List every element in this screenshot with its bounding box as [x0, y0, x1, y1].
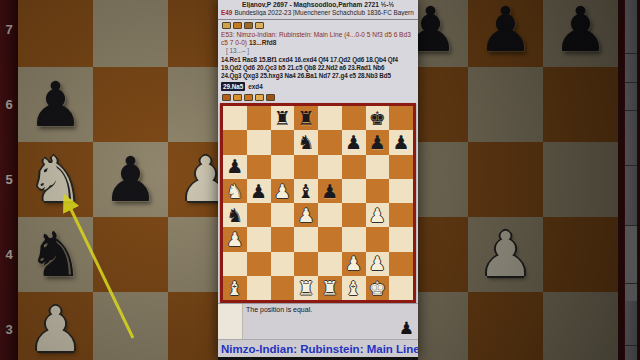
white-pawn-a3[interactable]: ♟ — [226, 230, 243, 249]
white-bishop-f1[interactable]: ♝ — [345, 279, 362, 298]
square-a8[interactable] — [223, 106, 247, 130]
game-header: Eljanov,P 2697 - Maghsoodloo,Parham 2721… — [218, 0, 418, 20]
medal-icon — [244, 94, 253, 101]
evaluation-pane: The position is equal. ♟ — [218, 303, 418, 339]
black-pawn-a6[interactable]: ♟ — [226, 157, 243, 176]
square-a6[interactable]: ♟ — [223, 155, 247, 179]
square-d8[interactable]: ♜ — [294, 106, 318, 130]
square-f3[interactable] — [342, 227, 366, 251]
square-a4[interactable]: ♞ — [223, 203, 247, 227]
square-g2[interactable]: ♟ — [366, 252, 390, 276]
bg-square-h3 — [543, 292, 618, 360]
black-bishop-d5[interactable]: ♝ — [298, 182, 315, 201]
square-g4[interactable]: ♟ — [366, 203, 390, 227]
opening-current-move: 13...Rfd8 — [249, 39, 276, 46]
evaluation-text: The position is equal. — [243, 304, 315, 339]
notation-line[interactable]: 19.Qd2 Qd6 20.Qc3 b5 21.c5 Qb8 22.Nd2 a6… — [221, 64, 415, 72]
eval-bar-tick — [625, 82, 637, 83]
bg-square-g3 — [468, 292, 543, 360]
medal-icon — [255, 94, 264, 101]
white-pawn-g4-bg: ♟ — [468, 217, 543, 292]
white-rook-e1[interactable]: ♜ — [321, 279, 338, 298]
white-bishop-a1[interactable]: ♝ — [226, 279, 243, 298]
square-b7[interactable] — [247, 130, 271, 154]
eval-bar — [624, 0, 638, 360]
square-g1[interactable]: ♚ — [366, 276, 390, 300]
medal-icon — [233, 22, 242, 29]
bg-square-g6 — [468, 67, 543, 142]
players-line: Eljanov,P 2697 - Maghsoodloo,Parham 2721… — [221, 1, 415, 8]
square-h1[interactable] — [389, 276, 413, 300]
square-e3[interactable] — [318, 227, 342, 251]
white-pawn-a3-bg: ♟ — [18, 292, 93, 360]
chess-board[interactable]: ♜♜♚♞♟♟♟♟♞♟♟♝♟♞♟♟♟♟♟♝♜♜♝♚ — [223, 106, 413, 300]
square-e5[interactable]: ♟ — [318, 179, 342, 203]
black-pawn-h7-bg: ♟ — [543, 0, 618, 67]
square-h8[interactable] — [389, 106, 413, 130]
square-g3[interactable] — [366, 227, 390, 251]
variation-marker: [ 13...– ] — [218, 47, 418, 55]
black-pawn-e5[interactable]: ♟ — [321, 182, 338, 201]
medal-icon — [255, 22, 264, 29]
rank-label-4: 4 — [0, 247, 18, 262]
white-knight-a5-bg: ♞ — [18, 142, 93, 217]
medal-icon — [233, 94, 242, 101]
square-b5[interactable]: ♟ — [247, 179, 271, 203]
black-pawn-a6-bg: ♟ — [18, 67, 93, 142]
black-rook-d8[interactable]: ♜ — [298, 109, 315, 128]
square-h5[interactable] — [389, 179, 413, 203]
square-e4[interactable] — [318, 203, 342, 227]
medal-icons-row — [218, 20, 418, 30]
square-b2[interactable] — [247, 252, 271, 276]
eval-bar-tick — [625, 165, 637, 166]
rank-label-6: 6 — [0, 97, 18, 112]
medal-icons-row — [218, 92, 418, 102]
bg-square-b6 — [93, 67, 168, 142]
square-g7[interactable]: ♟ — [366, 130, 390, 154]
square-f4[interactable] — [342, 203, 366, 227]
square-a3[interactable]: ♟ — [223, 227, 247, 251]
square-g8[interactable]: ♚ — [366, 106, 390, 130]
bg-square-b7 — [93, 0, 168, 67]
white-pawn-c5[interactable]: ♟ — [274, 182, 291, 201]
square-e2[interactable] — [318, 252, 342, 276]
square-c4[interactable] — [271, 203, 295, 227]
notation-line[interactable]: 14.Re1 Rac8 15.Bf1 cxd4 16.exd4 Qf4 17.Q… — [221, 56, 415, 64]
medal-icon — [244, 22, 253, 29]
square-c8[interactable]: ♜ — [271, 106, 295, 130]
eval-bar-tick — [625, 53, 637, 54]
bg-square-h5 — [543, 142, 618, 217]
black-pawn-b5-bg: ♟ — [93, 142, 168, 217]
square-c1[interactable] — [271, 276, 295, 300]
square-a7[interactable] — [223, 130, 247, 154]
pawn-icon: ♟ — [399, 320, 414, 337]
square-b4[interactable] — [247, 203, 271, 227]
video-title: Nimzo-Indian: Rubinstein: Main Line (4..… — [218, 343, 418, 355]
medal-icon — [222, 22, 231, 29]
square-d7[interactable]: ♞ — [294, 130, 318, 154]
square-e6[interactable] — [318, 155, 342, 179]
next-move[interactable]: exd4 — [248, 83, 262, 90]
black-pawn-b5[interactable]: ♟ — [250, 182, 267, 201]
square-e7[interactable] — [318, 130, 342, 154]
square-f8[interactable] — [342, 106, 366, 130]
square-c6[interactable] — [271, 155, 295, 179]
black-knight-a4-bg: ♞ — [18, 217, 93, 292]
white-rook-d1[interactable]: ♜ — [298, 279, 315, 298]
square-f5[interactable] — [342, 179, 366, 203]
black-rook-c8[interactable]: ♜ — [274, 109, 291, 128]
board-frame: ♜♜♚♞♟♟♟♟♞♟♟♝♟♞♟♟♟♟♟♝♜♜♝♚ — [220, 103, 416, 303]
white-knight-a5[interactable]: ♞ — [226, 182, 243, 201]
medal-icon — [266, 94, 275, 101]
rank-label-5: 5 — [0, 172, 18, 187]
square-c3[interactable] — [271, 227, 295, 251]
white-pawn-f2[interactable]: ♟ — [345, 254, 362, 273]
white-pawn-d4[interactable]: ♟ — [298, 206, 315, 225]
white-king-g1[interactable]: ♚ — [369, 279, 386, 298]
black-pawn-h7[interactable]: ♟ — [393, 133, 410, 152]
square-h2[interactable] — [389, 252, 413, 276]
black-pawn-g7[interactable]: ♟ — [369, 133, 386, 152]
square-g6[interactable] — [366, 155, 390, 179]
square-c2[interactable] — [271, 252, 295, 276]
square-b1[interactable] — [247, 276, 271, 300]
analysis-window: Eljanov,P 2697 - Maghsoodloo,Parham 2721… — [218, 0, 418, 360]
square-f6[interactable] — [342, 155, 366, 179]
square-e8[interactable] — [318, 106, 342, 130]
black-knight-a4[interactable]: ♞ — [226, 206, 243, 225]
rank-label-7: 7 — [0, 22, 18, 37]
board-right-frame — [618, 0, 640, 360]
medal-icon — [222, 94, 231, 101]
bg-square-b3 — [93, 292, 168, 360]
square-g5[interactable] — [366, 179, 390, 203]
square-d2[interactable] — [294, 252, 318, 276]
square-d4[interactable]: ♟ — [294, 203, 318, 227]
white-pawn-g4[interactable]: ♟ — [369, 206, 386, 225]
square-c7[interactable] — [271, 130, 295, 154]
eco-code: E49 — [221, 9, 232, 16]
square-f1[interactable]: ♝ — [342, 276, 366, 300]
square-d6[interactable] — [294, 155, 318, 179]
square-d1[interactable]: ♜ — [294, 276, 318, 300]
eval-bar-tick — [625, 283, 637, 284]
square-d5[interactable]: ♝ — [294, 179, 318, 203]
square-b6[interactable] — [247, 155, 271, 179]
bg-square-b4 — [93, 217, 168, 292]
black-king-g8[interactable]: ♚ — [369, 109, 386, 128]
square-a2[interactable] — [223, 252, 247, 276]
square-b8[interactable] — [247, 106, 271, 130]
square-d3[interactable] — [294, 227, 318, 251]
black-pawn-f7[interactable]: ♟ — [345, 133, 362, 152]
pane-margin — [218, 304, 243, 339]
black-pawn-g7-bg: ♟ — [468, 0, 543, 67]
bg-square-h4 — [543, 217, 618, 292]
square-e1[interactable]: ♜ — [318, 276, 342, 300]
square-h6[interactable] — [389, 155, 413, 179]
square-h4[interactable] — [389, 203, 413, 227]
white-pawn-g2[interactable]: ♟ — [369, 254, 386, 273]
eval-bar-tick — [625, 225, 637, 226]
notation-moves[interactable]: 14.Re1 Rac8 15.Bf1 cxd4 16.exd4 Qf4 17.Q… — [218, 55, 418, 81]
event-text: Bundesliga 2022-23 [Muenchener Schachclu… — [234, 9, 415, 16]
rank-label-strip: 76543 — [0, 0, 18, 360]
square-h3[interactable] — [389, 227, 413, 251]
bg-square-h6 — [543, 67, 618, 142]
square-c5[interactable]: ♟ — [271, 179, 295, 203]
square-a5[interactable]: ♞ — [223, 179, 247, 203]
square-a1[interactable]: ♝ — [223, 276, 247, 300]
current-move[interactable]: 29.Na5 — [221, 82, 245, 91]
opening-name: E53: Nimzo-Indian: Rubinstein: Main Line… — [218, 30, 418, 47]
event-line: E49Bundesliga 2022-23 [Muenchener Schach… — [221, 9, 415, 16]
bg-square-g5 — [468, 142, 543, 217]
black-knight-d7[interactable]: ♞ — [298, 133, 315, 152]
notation-line[interactable]: 24.Qg3 Qxg3 25.hxg3 Na4 26.Ba1 Nd7 27.g4… — [221, 72, 415, 80]
square-f2[interactable]: ♟ — [342, 252, 366, 276]
eval-bar-tick — [625, 345, 637, 346]
square-f7[interactable]: ♟ — [342, 130, 366, 154]
eval-bar-thumb — [625, 225, 637, 301]
eval-bar-tick — [625, 110, 637, 111]
square-b3[interactable] — [247, 227, 271, 251]
square-h7[interactable]: ♟ — [389, 130, 413, 154]
rank-label-3: 3 — [0, 322, 18, 337]
video-title-bar: Nimzo-Indian: Rubinstein: Main Line (4..… — [218, 339, 418, 357]
bg-square-a7 — [18, 0, 93, 67]
current-move-line[interactable]: 29.Na5 exd4 — [218, 81, 418, 92]
